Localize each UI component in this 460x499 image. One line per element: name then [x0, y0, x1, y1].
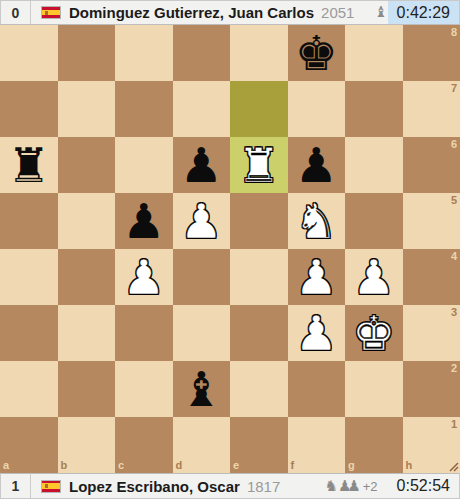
square-a6[interactable]: ♜: [0, 137, 58, 193]
square-b5[interactable]: [58, 193, 116, 249]
piece-white-pawn[interactable]: ♟: [295, 253, 338, 301]
spain-flag-icon: [41, 480, 61, 493]
square-a2[interactable]: [0, 361, 58, 417]
square-d7[interactable]: [173, 81, 231, 137]
square-g5[interactable]: [345, 193, 403, 249]
flag-emblem: [45, 484, 48, 488]
bottom-player-clock: 0:52:54: [388, 474, 459, 498]
square-f1[interactable]: f: [288, 417, 346, 473]
square-h8[interactable]: 8: [403, 25, 460, 81]
file-label-e: e: [233, 460, 239, 471]
square-b8[interactable]: [58, 25, 116, 81]
square-f4[interactable]: ♟: [288, 249, 346, 305]
piece-black-pawn[interactable]: ♟: [295, 141, 338, 189]
square-c2[interactable]: [115, 361, 173, 417]
piece-black-king[interactable]: ♚: [295, 29, 338, 77]
rank-label-2: 2: [451, 363, 457, 374]
square-c4[interactable]: ♟: [115, 249, 173, 305]
square-g7[interactable]: [345, 81, 403, 137]
square-g4[interactable]: ♟: [345, 249, 403, 305]
square-b2[interactable]: [58, 361, 116, 417]
square-h6[interactable]: 6: [403, 137, 460, 193]
piece-black-pawn[interactable]: ♟: [122, 197, 165, 245]
piece-white-pawn[interactable]: ♟: [295, 309, 338, 357]
top-player-rating: 2051: [321, 4, 354, 21]
top-player-score: 0: [1, 1, 31, 24]
square-c8[interactable]: [115, 25, 173, 81]
square-f5[interactable]: ♞: [288, 193, 346, 249]
square-d1[interactable]: d: [173, 417, 231, 473]
file-label-a: a: [3, 460, 9, 471]
piece-white-pawn[interactable]: ♟: [180, 197, 223, 245]
square-e6[interactable]: ♜: [230, 137, 288, 193]
captured-pawns-icon: ♟♟: [338, 479, 357, 494]
square-d2[interactable]: ♝: [173, 361, 231, 417]
file-label-f: f: [291, 460, 295, 471]
piece-white-knight[interactable]: ♞: [295, 197, 338, 245]
square-f3[interactable]: ♟: [288, 305, 346, 361]
square-e8[interactable]: [230, 25, 288, 81]
piece-black-rook[interactable]: ♜: [7, 141, 50, 189]
piece-white-pawn[interactable]: ♟: [122, 253, 165, 301]
square-b3[interactable]: [58, 305, 116, 361]
square-d6[interactable]: ♟: [173, 137, 231, 193]
rank-label-3: 3: [451, 307, 457, 318]
rank-label-4: 4: [451, 251, 457, 262]
square-e5[interactable]: [230, 193, 288, 249]
file-label-d: d: [176, 460, 183, 471]
square-d8[interactable]: [173, 25, 231, 81]
square-a7[interactable]: [0, 81, 58, 137]
square-c7[interactable]: [115, 81, 173, 137]
square-f6[interactable]: ♟: [288, 137, 346, 193]
captured-bishop-icon: ♝: [374, 5, 387, 20]
square-e1[interactable]: e: [230, 417, 288, 473]
square-e2[interactable]: [230, 361, 288, 417]
square-b7[interactable]: [58, 81, 116, 137]
file-label-c: c: [118, 460, 124, 471]
chess-app-window: 0 Dominguez Gutierrez, Juan Carlos 2051 …: [0, 0, 460, 499]
square-h7[interactable]: 7: [403, 81, 460, 137]
rank-label-7: 7: [451, 83, 457, 94]
resize-handle-icon[interactable]: [447, 460, 459, 472]
top-player-bar: 0 Dominguez Gutierrez, Juan Carlos 2051 …: [0, 0, 460, 25]
file-label-g: g: [348, 460, 355, 471]
square-h4[interactable]: 4: [403, 249, 460, 305]
bottom-player-rating: 1817: [247, 478, 280, 495]
piece-black-bishop[interactable]: ♝: [180, 365, 223, 413]
square-b1[interactable]: b: [58, 417, 116, 473]
square-g2[interactable]: [345, 361, 403, 417]
rank-label-6: 6: [451, 139, 457, 150]
square-e3[interactable]: [230, 305, 288, 361]
rank-label-5: 5: [451, 195, 457, 206]
square-b6[interactable]: [58, 137, 116, 193]
piece-white-rook[interactable]: ♜: [237, 141, 280, 189]
bottom-player-name: Lopez Escribano, Oscar: [69, 478, 240, 495]
square-e7[interactable]: [230, 81, 288, 137]
square-h2[interactable]: 2: [403, 361, 460, 417]
flag-emblem: [45, 11, 48, 15]
chess-board[interactable]: ♚87♜♟♜♟6♟♟♞5♟♟♟4♟♚3♝2abcdefgh1: [0, 25, 460, 473]
top-player-name: Dominguez Gutierrez, Juan Carlos: [69, 4, 314, 21]
rank-label-8: 8: [451, 27, 457, 38]
square-a1[interactable]: a: [0, 417, 58, 473]
spain-flag-icon: [41, 6, 61, 19]
square-g6[interactable]: [345, 137, 403, 193]
square-b4[interactable]: [58, 249, 116, 305]
square-c5[interactable]: ♟: [115, 193, 173, 249]
square-c6[interactable]: [115, 137, 173, 193]
square-c1[interactable]: c: [115, 417, 173, 473]
square-h5[interactable]: 5: [403, 193, 460, 249]
bottom-player-bar: 1 Lopez Escribano, Oscar 1817 ♞ ♟♟ +2 0:…: [0, 473, 460, 499]
square-g1[interactable]: g: [345, 417, 403, 473]
square-a5[interactable]: [0, 193, 58, 249]
square-c3[interactable]: [115, 305, 173, 361]
file-label-h: h: [406, 460, 413, 471]
rank-label-1: 1: [451, 419, 457, 430]
square-d3[interactable]: [173, 305, 231, 361]
square-a4[interactable]: [0, 249, 58, 305]
square-g3[interactable]: ♚: [345, 305, 403, 361]
square-h3[interactable]: 3: [403, 305, 460, 361]
captured-knight-icon: ♞: [324, 479, 337, 494]
piece-white-king[interactable]: ♚: [352, 309, 395, 357]
file-label-b: b: [61, 460, 68, 471]
square-f2[interactable]: [288, 361, 346, 417]
top-player-clock: 0:42:29: [388, 1, 459, 24]
square-f8[interactable]: ♚: [288, 25, 346, 81]
piece-white-pawn[interactable]: ♟: [352, 253, 395, 301]
material-advantage: +2: [363, 479, 378, 494]
square-f7[interactable]: [288, 81, 346, 137]
square-d4[interactable]: [173, 249, 231, 305]
square-g8[interactable]: [345, 25, 403, 81]
square-e4[interactable]: [230, 249, 288, 305]
square-a3[interactable]: [0, 305, 58, 361]
piece-black-pawn[interactable]: ♟: [180, 141, 223, 189]
square-d5[interactable]: ♟: [173, 193, 231, 249]
square-a8[interactable]: [0, 25, 58, 81]
bottom-player-score: 1: [1, 474, 31, 498]
